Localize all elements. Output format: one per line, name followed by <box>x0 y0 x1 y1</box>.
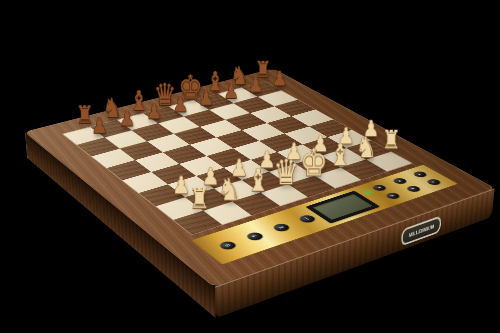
status-led <box>364 191 371 194</box>
left-button[interactable]: ◂ <box>370 184 388 192</box>
info-button[interactable]: i <box>296 214 317 224</box>
scene: MILLENNIUM ♜♞♝♛♚♝♞♜♟♟♟♟♟♟♟♟♟♟♟♟♟♟♟♟♜♞♝♛♚… <box>0 0 500 333</box>
up-button[interactable]: ▴ <box>391 177 409 185</box>
right-button[interactable]: ▸ <box>411 170 428 178</box>
panel-buttons-right: ◂▴▸×▾✓ <box>370 170 442 200</box>
chess-computer: MILLENNIUM ♜♞♝♛♚♝♞♜♟♟♟♟♟♟♟♟♟♟♟♟♟♟♟♟♜♞♝♛♚… <box>24 69 496 288</box>
brand-plate: MILLENNIUM <box>401 215 442 246</box>
square-a1[interactable]: ♜ <box>174 211 223 235</box>
piece-black-pawn[interactable]: ♟ <box>82 104 117 146</box>
lcd-screen <box>313 194 373 220</box>
down-button[interactable]: ▾ <box>405 185 423 193</box>
menu-button[interactable]: ≡ <box>271 222 292 232</box>
takeback-button[interactable]: ↶ <box>244 231 265 242</box>
power-button[interactable]: ⊙ <box>217 240 238 251</box>
piece-white-rook[interactable]: ♜ <box>180 175 219 222</box>
ok-button[interactable]: ✓ <box>425 178 443 186</box>
photo-canvas: MILLENNIUM ♜♞♝♛♚♝♞♜♟♟♟♟♟♟♟♟♟♟♟♟♟♟♟♟♜♞♝♛♚… <box>0 0 500 333</box>
cancel-button[interactable]: × <box>384 192 402 200</box>
